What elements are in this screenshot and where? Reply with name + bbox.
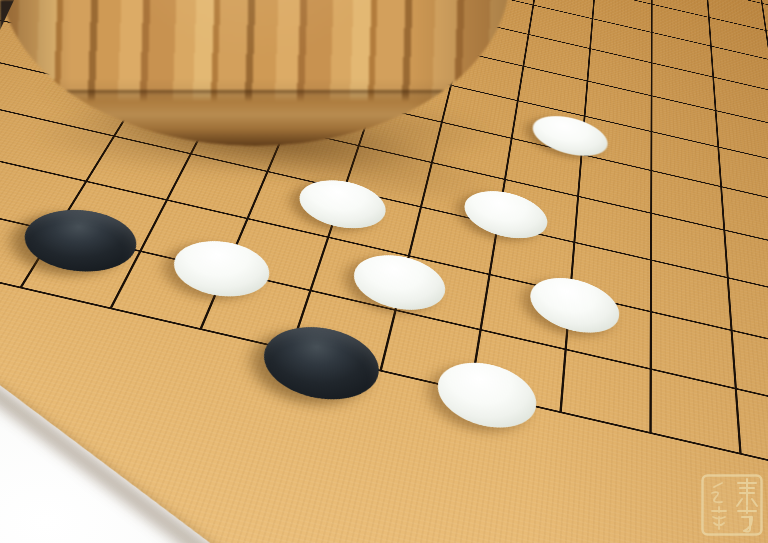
watermark-seal bbox=[700, 473, 764, 537]
foreground-overlay bbox=[0, 0, 768, 543]
seal-glyphs bbox=[700, 473, 764, 537]
go-board-photo bbox=[0, 0, 768, 543]
